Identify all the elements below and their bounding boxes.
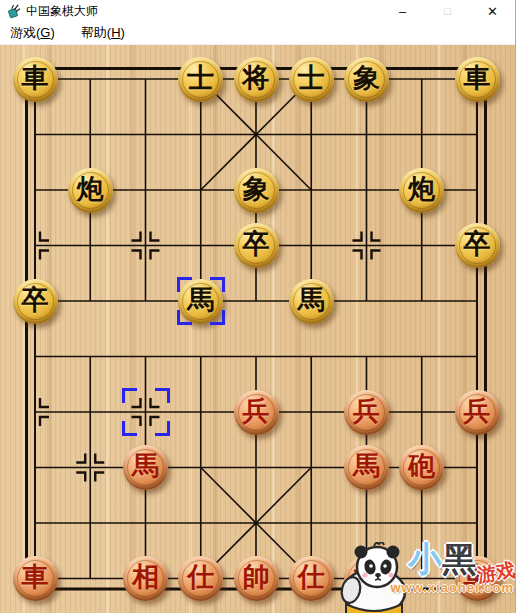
- piece-glyph: 馬: [353, 453, 380, 480]
- piece-車-red[interactable]: 車: [13, 556, 58, 601]
- watermark: 小黑游戏 www.xiaohei.com: [316, 542, 516, 613]
- piece-glyph: 砲: [408, 453, 435, 480]
- piece-炮-black[interactable]: 炮: [399, 168, 444, 213]
- piece-glyph: 士: [298, 65, 325, 92]
- piece-glyph: 馬: [132, 453, 159, 480]
- xiangqi-board[interactable]: 車士将士象車炮象炮卒卒卒馬馬兵兵兵馬馬砲車相仕帥仕相車 小黑游戏 www.xia…: [0, 45, 516, 613]
- minimize-button[interactable]: –: [380, 0, 425, 22]
- piece-馬-red[interactable]: 馬: [344, 445, 389, 490]
- piece-卒-black[interactable]: 卒: [455, 223, 500, 268]
- watermark-name-xiao: 小: [408, 540, 442, 578]
- piece-glyph: 兵: [243, 398, 270, 425]
- piece-兵-red[interactable]: 兵: [344, 390, 389, 435]
- piece-象-black[interactable]: 象: [234, 168, 279, 213]
- piece-卒-black[interactable]: 卒: [234, 223, 279, 268]
- piece-馬-red[interactable]: 馬: [123, 445, 168, 490]
- piece-glyph: 兵: [464, 398, 491, 425]
- window-title: 中国象棋大师: [26, 3, 98, 20]
- piece-車-black[interactable]: 車: [13, 57, 58, 102]
- piece-士-black[interactable]: 士: [178, 57, 223, 102]
- piece-glyph: 相: [132, 564, 159, 591]
- piece-卒-black[interactable]: 卒: [13, 279, 58, 324]
- piece-glyph: 馬: [298, 287, 325, 314]
- piece-車-black[interactable]: 車: [455, 57, 500, 102]
- piece-兵-red[interactable]: 兵: [234, 390, 279, 435]
- piece-象-black[interactable]: 象: [344, 57, 389, 102]
- piece-馬-black[interactable]: 馬: [289, 279, 334, 324]
- piece-炮-black[interactable]: 炮: [68, 168, 113, 213]
- watermark-name-hei: 黑: [442, 540, 476, 578]
- piece-glyph: 士: [187, 65, 214, 92]
- menu-bar: 游戏(G) 帮助(H): [0, 22, 515, 45]
- piece-相-red[interactable]: 相: [123, 556, 168, 601]
- piece-glyph: 車: [464, 65, 491, 92]
- piece-将-black[interactable]: 将: [234, 57, 279, 102]
- piece-帥-red[interactable]: 帥: [234, 556, 279, 601]
- piece-仕-red[interactable]: 仕: [178, 556, 223, 601]
- piece-glyph: 帥: [243, 564, 270, 591]
- piece-馬-black[interactable]: 馬: [178, 279, 223, 324]
- title-bar: 中国象棋大师 – □ ✕: [0, 0, 515, 22]
- piece-glyph: 卒: [243, 231, 270, 258]
- menu-game[interactable]: 游戏(G): [8, 22, 57, 44]
- piece-glyph: 将: [243, 65, 270, 92]
- close-button[interactable]: ✕: [470, 0, 515, 22]
- piece-glyph: 炮: [77, 176, 104, 203]
- piece-兵-red[interactable]: 兵: [455, 390, 500, 435]
- piece-glyph: 卒: [464, 231, 491, 258]
- piece-glyph: 仕: [187, 564, 214, 591]
- piece-glyph: 車: [22, 564, 49, 591]
- piece-glyph: 卒: [22, 287, 49, 314]
- piece-士-black[interactable]: 士: [289, 57, 334, 102]
- piece-glyph: 炮: [408, 176, 435, 203]
- piece-glyph: 象: [243, 176, 270, 203]
- maximize-button: □: [425, 0, 470, 22]
- piece-glyph: 馬: [187, 287, 214, 314]
- menu-help[interactable]: 帮助(H): [79, 22, 127, 44]
- piece-glyph: 兵: [353, 398, 380, 425]
- piece-砲-red[interactable]: 砲: [399, 445, 444, 490]
- piece-glyph: 象: [353, 65, 380, 92]
- app-icon: [6, 4, 21, 19]
- piece-glyph: 車: [22, 65, 49, 92]
- board-grid: [0, 45, 516, 613]
